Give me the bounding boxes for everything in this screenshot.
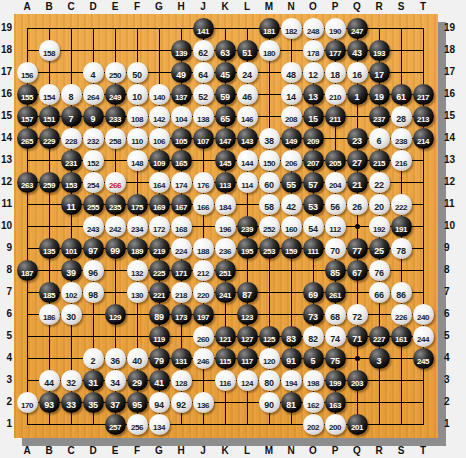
stone-C2[interactable]: 33 bbox=[61, 392, 82, 413]
stone-H12[interactable]: 174 bbox=[171, 172, 192, 193]
stone-F13[interactable]: 148 bbox=[127, 150, 148, 171]
move-number: 168 bbox=[175, 225, 187, 234]
stone-N5[interactable]: 83 bbox=[281, 326, 302, 347]
stone-H4[interactable]: 131 bbox=[171, 348, 192, 369]
stone-M2[interactable]: 90 bbox=[259, 392, 280, 413]
stone-H6[interactable]: 173 bbox=[171, 304, 192, 325]
stone-P9[interactable]: 70 bbox=[325, 238, 346, 259]
stone-D14[interactable]: 232 bbox=[83, 128, 104, 149]
stone-P18[interactable]: 177 bbox=[325, 40, 346, 61]
stone-P10[interactable]: 112 bbox=[325, 216, 346, 237]
stone-E10[interactable]: 242 bbox=[105, 216, 126, 237]
stone-P6[interactable]: 68 bbox=[325, 304, 346, 325]
stone-K14[interactable]: 147 bbox=[215, 128, 236, 149]
stone-H10[interactable]: 168 bbox=[171, 216, 192, 237]
stone-B3[interactable]: 44 bbox=[39, 370, 60, 391]
stone-Q12[interactable]: 21 bbox=[347, 172, 368, 193]
stone-J15[interactable]: 138 bbox=[193, 106, 214, 127]
stone-E14[interactable]: 258 bbox=[105, 128, 126, 149]
stone-O13[interactable]: 207 bbox=[303, 150, 324, 171]
move-number: 58 bbox=[264, 202, 274, 212]
stone-O16[interactable]: 13 bbox=[303, 84, 324, 105]
stone-F11[interactable]: 175 bbox=[127, 194, 148, 215]
stone-H13[interactable]: 165 bbox=[171, 150, 192, 171]
stone-Q13[interactable]: 27 bbox=[347, 150, 368, 171]
col-label-bottom-K: K bbox=[216, 445, 234, 457]
stone-G13[interactable]: 109 bbox=[149, 150, 170, 171]
stone-O18[interactable]: 178 bbox=[303, 40, 324, 61]
stone-H16[interactable]: 137 bbox=[171, 84, 192, 105]
stone-L13[interactable]: 144 bbox=[237, 150, 258, 171]
move-number: 182 bbox=[285, 27, 297, 36]
move-number: 188 bbox=[197, 247, 209, 256]
stone-O1[interactable]: 202 bbox=[303, 414, 324, 435]
stone-R11[interactable]: 20 bbox=[369, 194, 390, 215]
stone-G9[interactable]: 219 bbox=[149, 238, 170, 259]
stone-N12[interactable]: 55 bbox=[281, 172, 302, 193]
stone-G8[interactable]: 225 bbox=[149, 260, 170, 281]
stone-O14[interactable]: 209 bbox=[303, 128, 324, 149]
move-number: 178 bbox=[307, 49, 319, 58]
stone-S7[interactable]: 86 bbox=[391, 282, 412, 303]
stone-Q11[interactable]: 26 bbox=[347, 194, 368, 215]
stone-J12[interactable]: 176 bbox=[193, 172, 214, 193]
col-label-bottom-R: R bbox=[370, 445, 388, 457]
move-number: 110 bbox=[131, 137, 142, 146]
move-number: 145 bbox=[219, 159, 231, 168]
stone-F15[interactable]: 108 bbox=[127, 106, 148, 127]
stone-C14[interactable]: 228 bbox=[61, 128, 82, 149]
move-number: 72 bbox=[352, 312, 362, 322]
stone-J9[interactable]: 188 bbox=[193, 238, 214, 259]
stone-J2[interactable]: 136 bbox=[193, 392, 214, 413]
stone-E17[interactable]: 250 bbox=[105, 62, 126, 83]
stone-F4[interactable]: 40 bbox=[127, 348, 148, 369]
stone-J4[interactable]: 246 bbox=[193, 348, 214, 369]
stone-Q5[interactable]: 71 bbox=[347, 326, 368, 347]
row-label-left-13: 13 bbox=[0, 154, 12, 166]
stone-G2[interactable]: 94 bbox=[149, 392, 170, 413]
stone-O3[interactable]: 198 bbox=[303, 370, 324, 391]
stone-G5[interactable]: 119 bbox=[149, 326, 170, 347]
move-number: 206 bbox=[285, 159, 297, 168]
stone-D7[interactable]: 98 bbox=[83, 282, 104, 303]
move-number: 195 bbox=[241, 247, 253, 256]
move-number: 30 bbox=[66, 312, 76, 322]
stone-H17[interactable]: 49 bbox=[171, 62, 192, 83]
stone-H18[interactable]: 139 bbox=[171, 40, 192, 61]
stone-N9[interactable]: 159 bbox=[281, 238, 302, 259]
stone-G11[interactable]: 169 bbox=[149, 194, 170, 215]
stone-H3[interactable]: 128 bbox=[171, 370, 192, 391]
stone-F14[interactable]: 110 bbox=[127, 128, 148, 149]
move-number: 172 bbox=[153, 225, 165, 234]
stone-R15[interactable]: 237 bbox=[369, 106, 390, 127]
stone-R12[interactable]: 22 bbox=[369, 172, 390, 193]
stone-O11[interactable]: 53 bbox=[303, 194, 324, 215]
stone-S5[interactable]: 161 bbox=[391, 326, 412, 347]
stone-J18[interactable]: 62 bbox=[193, 40, 214, 61]
stone-T15[interactable]: 213 bbox=[413, 106, 434, 127]
stone-K12[interactable]: 113 bbox=[215, 172, 236, 193]
stone-S9[interactable]: 78 bbox=[391, 238, 412, 259]
stone-O17[interactable]: 12 bbox=[303, 62, 324, 83]
stone-O12[interactable]: 57 bbox=[303, 172, 324, 193]
stone-J5[interactable]: 260 bbox=[193, 326, 214, 347]
stone-C9[interactable]: 101 bbox=[61, 238, 82, 259]
move-number: 146 bbox=[241, 115, 253, 124]
stone-J19[interactable]: 141 bbox=[193, 18, 214, 39]
stone-H9[interactable]: 224 bbox=[171, 238, 192, 259]
stone-K5[interactable]: 121 bbox=[215, 326, 236, 347]
stone-J6[interactable]: 197 bbox=[193, 304, 214, 325]
stone-H7[interactable]: 218 bbox=[171, 282, 192, 303]
stone-P19[interactable]: 190 bbox=[325, 18, 346, 39]
stone-Q17[interactable]: 16 bbox=[347, 62, 368, 83]
stone-R9[interactable]: 25 bbox=[369, 238, 390, 259]
stone-P8[interactable]: 85 bbox=[325, 260, 346, 281]
stone-M18[interactable]: 180 bbox=[259, 40, 280, 61]
stone-P5[interactable]: 74 bbox=[325, 326, 346, 347]
stone-S14[interactable]: 238 bbox=[391, 128, 412, 149]
stone-S16[interactable]: 61 bbox=[391, 84, 412, 105]
stone-Q14[interactable]: 23 bbox=[347, 128, 368, 149]
move-number: 253 bbox=[263, 247, 275, 256]
move-number: 5 bbox=[311, 356, 316, 366]
stone-N19[interactable]: 182 bbox=[281, 18, 302, 39]
stone-P13[interactable]: 205 bbox=[325, 150, 346, 171]
stone-C11[interactable]: 11 bbox=[61, 194, 82, 215]
row-label-right-19: 19 bbox=[444, 22, 464, 34]
stone-P15[interactable]: 211 bbox=[325, 106, 346, 127]
stone-M5[interactable]: 125 bbox=[259, 326, 280, 347]
stone-R8[interactable]: 76 bbox=[369, 260, 390, 281]
stone-G7[interactable]: 221 bbox=[149, 282, 170, 303]
stone-S11[interactable]: 222 bbox=[391, 194, 412, 215]
stone-D17[interactable]: 4 bbox=[83, 62, 104, 83]
stone-G6[interactable]: 89 bbox=[149, 304, 170, 325]
stone-E9[interactable]: 99 bbox=[105, 238, 126, 259]
move-number: 248 bbox=[307, 27, 319, 36]
stone-M4[interactable]: 120 bbox=[259, 348, 280, 369]
stone-K4[interactable]: 115 bbox=[215, 348, 236, 369]
stone-K7[interactable]: 241 bbox=[215, 282, 236, 303]
stone-A12[interactable]: 263 bbox=[17, 172, 38, 193]
move-number: 53 bbox=[308, 202, 318, 212]
stone-D10[interactable]: 243 bbox=[83, 216, 104, 237]
row-label-left-7: 7 bbox=[0, 286, 12, 298]
stone-R5[interactable]: 227 bbox=[369, 326, 390, 347]
stone-O7[interactable]: 69 bbox=[303, 282, 324, 303]
stone-P4[interactable]: 75 bbox=[325, 348, 346, 369]
stone-R10[interactable]: 192 bbox=[369, 216, 390, 237]
stone-M12[interactable]: 60 bbox=[259, 172, 280, 193]
stone-F17[interactable]: 50 bbox=[127, 62, 148, 83]
stone-N14[interactable]: 149 bbox=[281, 128, 302, 149]
stone-L10[interactable]: 239 bbox=[237, 216, 258, 237]
stone-L18[interactable]: 51 bbox=[237, 40, 258, 61]
stone-D2[interactable]: 35 bbox=[83, 392, 104, 413]
stone-Q6[interactable]: 72 bbox=[347, 304, 368, 325]
stone-G12[interactable]: 164 bbox=[149, 172, 170, 193]
stone-Q19[interactable]: 247 bbox=[347, 18, 368, 39]
stone-A2[interactable]: 170 bbox=[17, 392, 38, 413]
stone-J16[interactable]: 52 bbox=[193, 84, 214, 105]
stone-S15[interactable]: 28 bbox=[391, 106, 412, 127]
stone-B12[interactable]: 259 bbox=[39, 172, 60, 193]
stone-H14[interactable]: 105 bbox=[171, 128, 192, 149]
stone-C3[interactable]: 32 bbox=[61, 370, 82, 391]
stone-L14[interactable]: 143 bbox=[237, 128, 258, 149]
move-number: 205 bbox=[329, 159, 341, 168]
stone-T5[interactable]: 244 bbox=[413, 326, 434, 347]
stone-K16[interactable]: 59 bbox=[215, 84, 236, 105]
stone-J11[interactable]: 166 bbox=[193, 194, 214, 215]
stone-G3[interactable]: 41 bbox=[149, 370, 170, 391]
move-number: 140 bbox=[153, 93, 165, 102]
stone-S13[interactable]: 216 bbox=[391, 150, 412, 171]
move-number: 158 bbox=[43, 49, 55, 58]
stone-S10[interactable]: 191 bbox=[391, 216, 412, 237]
stone-M19[interactable]: 181 bbox=[259, 18, 280, 39]
stone-C12[interactable]: 153 bbox=[61, 172, 82, 193]
stone-E3[interactable]: 34 bbox=[105, 370, 126, 391]
stone-C13[interactable]: 231 bbox=[61, 150, 82, 171]
move-number: 176 bbox=[197, 181, 209, 190]
move-number: 38 bbox=[264, 136, 274, 146]
stone-E4[interactable]: 36 bbox=[105, 348, 126, 369]
move-number: 256 bbox=[131, 423, 143, 432]
stone-O10[interactable]: 54 bbox=[303, 216, 324, 237]
stone-L4[interactable]: 117 bbox=[237, 348, 258, 369]
stone-C15[interactable]: 7 bbox=[61, 106, 82, 127]
stone-R16[interactable]: 19 bbox=[369, 84, 390, 105]
stone-P16[interactable]: 210 bbox=[325, 84, 346, 105]
stone-P7[interactable]: 261 bbox=[325, 282, 346, 303]
row-label-left-18: 18 bbox=[0, 44, 12, 56]
stone-K15[interactable]: 65 bbox=[215, 106, 236, 127]
stone-F1[interactable]: 256 bbox=[127, 414, 148, 435]
stone-Q3[interactable]: 203 bbox=[347, 370, 368, 391]
stone-P11[interactable]: 56 bbox=[325, 194, 346, 215]
stone-B14[interactable]: 229 bbox=[39, 128, 60, 149]
stone-F3[interactable]: 29 bbox=[127, 370, 148, 391]
stone-K13[interactable]: 145 bbox=[215, 150, 236, 171]
stone-K11[interactable]: 184 bbox=[215, 194, 236, 215]
stone-O6[interactable]: 73 bbox=[303, 304, 324, 325]
stone-H8[interactable]: 171 bbox=[171, 260, 192, 281]
col-label-bottom-M: M bbox=[260, 445, 278, 457]
stone-P1[interactable]: 200 bbox=[325, 414, 346, 435]
stone-F16[interactable]: 10 bbox=[127, 84, 148, 105]
stone-F9[interactable]: 189 bbox=[127, 238, 148, 259]
stone-E1[interactable]: 257 bbox=[105, 414, 126, 435]
stone-D4[interactable]: 2 bbox=[83, 348, 104, 369]
stone-T14[interactable]: 214 bbox=[413, 128, 434, 149]
col-label-top-T: T bbox=[414, 1, 432, 13]
stone-N11[interactable]: 42 bbox=[281, 194, 302, 215]
stone-J7[interactable]: 220 bbox=[193, 282, 214, 303]
move-number: 202 bbox=[307, 423, 319, 432]
move-number: 139 bbox=[175, 49, 187, 58]
col-label-bottom-G: G bbox=[150, 445, 168, 457]
stone-L16[interactable]: 46 bbox=[237, 84, 258, 105]
stone-G15[interactable]: 142 bbox=[149, 106, 170, 127]
stone-R17[interactable]: 17 bbox=[369, 62, 390, 83]
stone-O2[interactable]: 162 bbox=[303, 392, 324, 413]
stone-K10[interactable]: 196 bbox=[215, 216, 236, 237]
stone-C7[interactable]: 102 bbox=[61, 282, 82, 303]
stone-M14[interactable]: 38 bbox=[259, 128, 280, 149]
move-number: 245 bbox=[417, 357, 429, 366]
stone-D3[interactable]: 31 bbox=[83, 370, 104, 391]
stone-B7[interactable]: 185 bbox=[39, 282, 60, 303]
stone-H11[interactable]: 167 bbox=[171, 194, 192, 215]
stone-O5[interactable]: 82 bbox=[303, 326, 324, 347]
stone-N13[interactable]: 206 bbox=[281, 150, 302, 171]
stone-G16[interactable]: 140 bbox=[149, 84, 170, 105]
stone-D9[interactable]: 97 bbox=[83, 238, 104, 259]
stone-G10[interactable]: 172 bbox=[149, 216, 170, 237]
stone-N17[interactable]: 48 bbox=[281, 62, 302, 83]
stone-M13[interactable]: 150 bbox=[259, 150, 280, 171]
stone-N10[interactable]: 160 bbox=[281, 216, 302, 237]
stone-L7[interactable]: 87 bbox=[237, 282, 258, 303]
stone-P12[interactable]: 204 bbox=[325, 172, 346, 193]
stone-K18[interactable]: 63 bbox=[215, 40, 236, 61]
stone-N3[interactable]: 194 bbox=[281, 370, 302, 391]
stone-B18[interactable]: 158 bbox=[39, 40, 60, 61]
stone-A8[interactable]: 187 bbox=[17, 260, 38, 281]
stone-N15[interactable]: 208 bbox=[281, 106, 302, 127]
stone-P17[interactable]: 18 bbox=[325, 62, 346, 83]
stone-D12[interactable]: 254 bbox=[83, 172, 104, 193]
stone-L17[interactable]: 24 bbox=[237, 62, 258, 83]
stone-A16[interactable]: 155 bbox=[17, 84, 38, 105]
move-number: 226 bbox=[395, 313, 407, 322]
stone-G14[interactable]: 106 bbox=[149, 128, 170, 149]
stone-A15[interactable]: 157 bbox=[17, 106, 38, 127]
stone-R4[interactable]: 3 bbox=[369, 348, 390, 369]
stone-L12[interactable]: 114 bbox=[237, 172, 258, 193]
stone-K9[interactable]: 236 bbox=[215, 238, 236, 259]
stone-D13[interactable]: 152 bbox=[83, 150, 104, 171]
stone-K8[interactable]: 251 bbox=[215, 260, 236, 281]
stone-Q1[interactable]: 201 bbox=[347, 414, 368, 435]
stone-E15[interactable]: 233 bbox=[105, 106, 126, 127]
stone-N2[interactable]: 81 bbox=[281, 392, 302, 413]
stone-B16[interactable]: 154 bbox=[39, 84, 60, 105]
move-number: 204 bbox=[329, 181, 341, 190]
stone-T4[interactable]: 245 bbox=[413, 348, 434, 369]
stone-J14[interactable]: 107 bbox=[193, 128, 214, 149]
stone-A17[interactable]: 156 bbox=[17, 62, 38, 83]
move-number: 105 bbox=[175, 137, 187, 146]
stone-R13[interactable]: 215 bbox=[369, 150, 390, 171]
row-label-left-2: 2 bbox=[0, 396, 12, 408]
move-number: 134 bbox=[153, 423, 165, 432]
stone-H15[interactable]: 104 bbox=[171, 106, 192, 127]
stone-N16[interactable]: 14 bbox=[281, 84, 302, 105]
stone-O15[interactable]: 15 bbox=[303, 106, 324, 127]
move-number: 261 bbox=[329, 291, 341, 300]
stone-Q9[interactable]: 77 bbox=[347, 238, 368, 259]
stone-E12[interactable]: 266 bbox=[105, 172, 126, 193]
stone-E16[interactable]: 249 bbox=[105, 84, 126, 105]
stone-R7[interactable]: 66 bbox=[369, 282, 390, 303]
stone-S6[interactable]: 226 bbox=[391, 304, 412, 325]
stone-M10[interactable]: 252 bbox=[259, 216, 280, 237]
stone-Q16[interactable]: 1 bbox=[347, 84, 368, 105]
stone-A14[interactable]: 265 bbox=[17, 128, 38, 149]
stone-T16[interactable]: 217 bbox=[413, 84, 434, 105]
stone-O4[interactable]: 5 bbox=[303, 348, 324, 369]
col-label-bottom-O: O bbox=[304, 445, 322, 457]
stone-E6[interactable]: 129 bbox=[105, 304, 126, 325]
stone-O9[interactable]: 111 bbox=[303, 238, 324, 259]
stone-L9[interactable]: 195 bbox=[237, 238, 258, 259]
stone-N4[interactable]: 91 bbox=[281, 348, 302, 369]
stone-J8[interactable]: 212 bbox=[193, 260, 214, 281]
stone-B2[interactable]: 93 bbox=[39, 392, 60, 413]
move-number: 192 bbox=[373, 225, 385, 234]
move-number: 1 bbox=[355, 92, 360, 102]
stone-D15[interactable]: 9 bbox=[83, 106, 104, 127]
stone-L3[interactable]: 124 bbox=[237, 370, 258, 391]
stone-P2[interactable]: 163 bbox=[325, 392, 346, 413]
stone-P3[interactable]: 199 bbox=[325, 370, 346, 391]
stone-M3[interactable]: 80 bbox=[259, 370, 280, 391]
stone-J17[interactable]: 64 bbox=[193, 62, 214, 83]
stone-C8[interactable]: 39 bbox=[61, 260, 82, 281]
stone-L5[interactable]: 127 bbox=[237, 326, 258, 347]
stone-D8[interactable]: 96 bbox=[83, 260, 104, 281]
stone-B6[interactable]: 186 bbox=[39, 304, 60, 325]
move-number: 187 bbox=[21, 269, 33, 278]
move-number: 142 bbox=[153, 115, 165, 124]
stone-F10[interactable]: 234 bbox=[127, 216, 148, 237]
move-number: 124 bbox=[241, 379, 253, 388]
stone-B15[interactable]: 151 bbox=[39, 106, 60, 127]
stone-M9[interactable]: 253 bbox=[259, 238, 280, 259]
stone-R18[interactable]: 193 bbox=[369, 40, 390, 61]
stone-L15[interactable]: 146 bbox=[237, 106, 258, 127]
stone-M11[interactable]: 58 bbox=[259, 194, 280, 215]
stone-B9[interactable]: 135 bbox=[39, 238, 60, 259]
stone-E11[interactable]: 235 bbox=[105, 194, 126, 215]
stone-D11[interactable]: 255 bbox=[83, 194, 104, 215]
stone-T6[interactable]: 240 bbox=[413, 304, 434, 325]
stone-F7[interactable]: 130 bbox=[127, 282, 148, 303]
stone-Q18[interactable]: 43 bbox=[347, 40, 368, 61]
stone-E2[interactable]: 37 bbox=[105, 392, 126, 413]
stone-F2[interactable]: 95 bbox=[127, 392, 148, 413]
stone-K3[interactable]: 116 bbox=[215, 370, 236, 391]
stone-D16[interactable]: 264 bbox=[83, 84, 104, 105]
stone-K17[interactable]: 45 bbox=[215, 62, 236, 83]
stone-O19[interactable]: 248 bbox=[303, 18, 324, 39]
stone-R14[interactable]: 6 bbox=[369, 128, 390, 149]
stone-C16[interactable]: 8 bbox=[61, 84, 82, 105]
stone-H2[interactable]: 92 bbox=[171, 392, 192, 413]
stone-G4[interactable]: 79 bbox=[149, 348, 170, 369]
stone-G1[interactable]: 134 bbox=[149, 414, 170, 435]
stone-C6[interactable]: 30 bbox=[61, 304, 82, 325]
stone-F8[interactable]: 132 bbox=[127, 260, 148, 281]
stone-L6[interactable]: 123 bbox=[237, 304, 258, 325]
move-number: 174 bbox=[175, 181, 187, 190]
stone-Q8[interactable]: 67 bbox=[347, 260, 368, 281]
